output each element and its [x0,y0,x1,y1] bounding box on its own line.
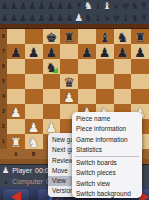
question-dot-icon [56,199,59,200]
rank-label-3: 3 [0,104,7,119]
black-piece-d5[interactable]: ♛ [63,75,75,90]
black-piece-a7[interactable]: ♟ [10,45,22,60]
tray-b-piece: ♚ [112,12,121,24]
tray-w-piece: ♛ [112,0,121,12]
tray-w-piece: ♟ [9,0,18,12]
menu-separator [75,156,139,157]
black-piece-d8[interactable]: ♜ [63,30,75,45]
square-b2[interactable]: ♟ [25,119,43,134]
tray-w-piece: ♟ [65,0,74,12]
white-pieces-tray-row: ♟♟♟♟♟♟♟♟♜♞♝♝♛♚♞♜ [0,0,149,12]
square-e4[interactable] [78,89,96,104]
black-piece-h7[interactable]: ♟ [134,45,146,60]
captured-b-piece: ♟ [74,12,83,24]
square-g8[interactable]: ♞ [114,29,132,44]
square-c2[interactable]: ♟ [43,119,61,134]
tray-b-piece: ♜ [139,12,148,24]
view-menu-item-piece-name[interactable]: Piece name [72,114,142,124]
tray-w-piece: ♟ [46,0,55,12]
tray-b-piece: ♟ [28,12,37,24]
white-pawn-icon: ♟ [2,167,9,175]
square-a8[interactable] [7,29,25,44]
square-a5[interactable] [7,74,25,89]
tray-w-piece: ♜ [74,0,83,12]
square-h8[interactable]: ♜ [131,29,149,44]
tray-b-piece: ♟ [37,12,46,24]
black-pieces-tray-row: ♟♟♟♟♟♟♟♟♟♞♝♛♚♝♞♜ [0,12,149,24]
square-b1[interactable]: ♞ [25,134,43,149]
square-h7[interactable]: ♟ [131,44,149,59]
square-f6[interactable] [96,59,114,74]
square-b6[interactable] [25,59,43,74]
black-piece-h8[interactable]: ♜ [134,30,146,45]
rank-label-4: 4 [0,89,7,104]
square-d7[interactable] [60,44,78,59]
view-menu-item-statistics[interactable]: Statistics [72,145,142,155]
square-f4[interactable] [96,89,114,104]
captured-w-piece: ♝ [102,0,111,12]
view-menu-item-switch-pieces[interactable]: Switch pieces [72,168,142,178]
black-pawn-icon: ♟ [2,178,9,186]
square-c7[interactable]: ♟ [43,44,61,59]
tray-w-piece: ♚ [121,0,130,12]
square-d8[interactable]: ♜ [60,29,78,44]
view-menu-item-switch-view[interactable]: Switch view [72,179,142,189]
square-g5[interactable] [114,74,132,89]
square-f7[interactable]: ♟ [96,44,114,59]
tray-w-piece: ♟ [0,0,9,12]
black-piece-g8[interactable]: ♞ [117,30,129,45]
tray-b-piece: ♝ [93,12,102,24]
tray-b-piece: ♟ [0,12,9,24]
white-piece-b1[interactable]: ♞ [28,135,40,150]
captured-w-piece: ♞ [84,0,93,12]
tray-b-piece: ♝ [121,12,130,24]
white-piece-a1[interactable]: ♜ [10,135,22,150]
back-button[interactable] [3,189,29,200]
tray-b-piece: ♞ [130,12,139,24]
chess-app-screen: ♟♟♟♟♟♟♟♟♜♞♝♝♛♚♞♜ ♟♟♟♟♟♟♟♟♟♞♝♛♚♝♞♜ 8♚♜♝♞♜… [0,0,149,200]
square-c4[interactable] [43,89,61,104]
tray-w-piece: ♟ [19,0,28,12]
white-piece-d4[interactable]: ♟ [63,90,75,105]
square-b4[interactable] [25,89,43,104]
square-a1[interactable]: ♜ [7,134,25,149]
square-c5[interactable] [43,74,61,89]
rank-label-7: 7 [0,44,7,59]
view-menu-item-switch-background[interactable]: Switch background [72,189,142,199]
square-e8[interactable] [78,29,96,44]
file-label-a: A [7,149,25,159]
view-menu-item-switch-boards[interactable]: Switch boards [72,158,142,168]
square-b3[interactable] [25,104,43,119]
square-b5[interactable] [25,74,43,89]
tray-b-piece: ♟ [65,12,74,24]
rank-label-1: 1 [0,134,7,149]
tray-w-piece: ♟ [37,0,46,12]
square-c6[interactable]: ♞ [43,59,61,74]
computer-label: Computer [12,178,43,185]
black-piece-e7[interactable]: ♟ [81,45,93,60]
file-label-b: B [25,149,43,159]
square-c3[interactable] [43,104,61,119]
square-b8[interactable] [25,29,43,44]
black-piece-c7[interactable]: ♟ [46,45,58,60]
white-piece-b2[interactable]: ♟ [28,120,40,135]
tray-b-piece: ♞ [84,12,93,24]
tray-b-piece: ♛ [102,12,111,24]
back-arrow-icon [11,191,21,201]
tray-b-piece: ♟ [9,12,18,24]
square-c8[interactable]: ♚ [43,29,61,44]
view-menu-item-piece-information[interactable]: Piece information [72,124,142,134]
black-piece-f8[interactable]: ♝ [99,30,111,45]
board-corner [0,149,7,159]
rank-label-6: 6 [0,59,7,74]
captured-pieces-tray: ♟♟♟♟♟♟♟♟♜♞♝♝♛♚♞♜ ♟♟♟♟♟♟♟♟♟♞♝♛♚♝♞♜ [0,0,149,24]
tray-w-piece: ♟ [28,0,37,12]
black-piece-g7[interactable]: ♟ [117,45,129,60]
player-label: Player [12,167,32,174]
square-e7[interactable]: ♟ [78,44,96,59]
square-h6[interactable] [131,59,149,74]
square-a4[interactable] [7,89,25,104]
tray-w-piece: ♞ [130,0,139,12]
view-menu-item-game-information[interactable]: Game information [72,135,142,145]
square-d6[interactable] [60,59,78,74]
view-submenu: Piece namePiece informationGame informat… [72,112,142,198]
square-b7[interactable]: ♟ [25,44,43,59]
square-a2[interactable] [7,119,25,134]
square-h4[interactable] [131,89,149,104]
square-f5[interactable] [96,74,114,89]
square-g6[interactable] [114,59,132,74]
tray-b-piece: ♟ [19,12,28,24]
rank-label-8: 8 [0,29,7,44]
tray-w-piece: ♟ [56,0,65,12]
black-piece-f7[interactable]: ♟ [99,45,111,60]
tray-w-piece: ♜ [139,0,148,12]
rank-label-5: 5 [0,74,7,89]
square-f8[interactable]: ♝ [96,29,114,44]
black-piece-c8[interactable]: ♚ [46,30,58,45]
square-e5[interactable] [78,74,96,89]
tray-b-piece: ♟ [46,12,55,24]
square-g7[interactable]: ♟ [114,44,132,59]
square-a6[interactable] [7,59,25,74]
black-piece-b7[interactable]: ♟ [28,45,40,60]
white-piece-a3[interactable]: ♟ [10,105,22,120]
square-a3[interactable]: ♟ [7,104,25,119]
rank-label-2: 2 [0,119,7,134]
square-g4[interactable] [114,89,132,104]
tray-b-piece: ♟ [56,12,65,24]
square-h5[interactable] [131,74,149,89]
square-a7[interactable]: ♟ [7,44,25,59]
square-d4[interactable]: ♟ [60,89,78,104]
square-d5[interactable]: ♛ [60,74,78,89]
square-e6[interactable] [78,59,96,74]
tray-w-piece: ♝ [93,0,102,12]
